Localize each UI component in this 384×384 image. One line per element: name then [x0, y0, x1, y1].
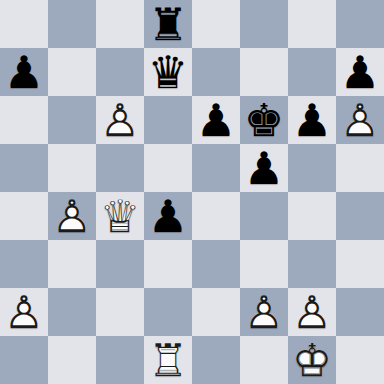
square-e3[interactable] [192, 240, 240, 288]
square-f3[interactable] [240, 240, 288, 288]
square-e7[interactable] [192, 48, 240, 96]
square-h1[interactable] [336, 336, 384, 384]
square-g7[interactable] [288, 48, 336, 96]
square-a7[interactable]: ♟ [0, 48, 48, 96]
piece-white-pawn[interactable]: ♟♙ [240, 288, 288, 336]
square-g8[interactable] [288, 0, 336, 48]
square-c3[interactable] [96, 240, 144, 288]
piece-black-rook[interactable]: ♜ [144, 0, 192, 48]
square-a1[interactable] [0, 336, 48, 384]
square-g6[interactable]: ♟ [288, 96, 336, 144]
square-g2[interactable]: ♟♙ [288, 288, 336, 336]
square-c8[interactable] [96, 0, 144, 48]
square-h7[interactable]: ♟ [336, 48, 384, 96]
piece-white-pawn[interactable]: ♟♙ [48, 192, 96, 240]
square-a3[interactable] [0, 240, 48, 288]
square-a6[interactable] [0, 96, 48, 144]
square-d4[interactable]: ♟ [144, 192, 192, 240]
square-g1[interactable]: ♚♔ [288, 336, 336, 384]
white-piece-outline-glyph: ♔ [288, 336, 336, 384]
white-piece-outline-glyph: ♙ [96, 96, 144, 144]
square-b6[interactable] [48, 96, 96, 144]
square-d6[interactable] [144, 96, 192, 144]
piece-white-pawn[interactable]: ♟♙ [288, 288, 336, 336]
square-b2[interactable] [48, 288, 96, 336]
piece-white-king[interactable]: ♚♔ [288, 336, 336, 384]
square-f4[interactable] [240, 192, 288, 240]
piece-black-pawn[interactable]: ♟ [240, 144, 288, 192]
square-h3[interactable] [336, 240, 384, 288]
white-piece-outline-glyph: ♙ [240, 288, 288, 336]
square-g4[interactable] [288, 192, 336, 240]
square-a4[interactable] [0, 192, 48, 240]
square-e1[interactable] [192, 336, 240, 384]
square-b5[interactable] [48, 144, 96, 192]
piece-white-pawn[interactable]: ♟♙ [336, 96, 384, 144]
square-f6[interactable]: ♚ [240, 96, 288, 144]
white-piece-outline-glyph: ♕ [96, 192, 144, 240]
square-f5[interactable]: ♟ [240, 144, 288, 192]
square-b8[interactable] [48, 0, 96, 48]
square-c2[interactable] [96, 288, 144, 336]
square-d3[interactable] [144, 240, 192, 288]
chess-board: ♜♟♛♟♟♙♟♚♟♟♙♟♟♙♛♕♟♟♙♟♙♟♙♜♖♚♔ [0, 0, 384, 384]
square-h2[interactable] [336, 288, 384, 336]
piece-black-pawn[interactable]: ♟ [336, 48, 384, 96]
square-e6[interactable]: ♟ [192, 96, 240, 144]
square-c1[interactable] [96, 336, 144, 384]
piece-black-pawn[interactable]: ♟ [0, 48, 48, 96]
square-f7[interactable] [240, 48, 288, 96]
white-piece-outline-glyph: ♖ [144, 336, 192, 384]
square-f8[interactable] [240, 0, 288, 48]
square-c6[interactable]: ♟♙ [96, 96, 144, 144]
white-piece-outline-glyph: ♙ [336, 96, 384, 144]
square-h8[interactable] [336, 0, 384, 48]
square-e2[interactable] [192, 288, 240, 336]
square-g5[interactable] [288, 144, 336, 192]
square-a8[interactable] [0, 0, 48, 48]
square-d1[interactable]: ♜♖ [144, 336, 192, 384]
piece-black-king[interactable]: ♚ [240, 96, 288, 144]
square-b7[interactable] [48, 48, 96, 96]
square-d5[interactable] [144, 144, 192, 192]
piece-white-rook[interactable]: ♜♖ [144, 336, 192, 384]
piece-white-pawn[interactable]: ♟♙ [96, 96, 144, 144]
square-a5[interactable] [0, 144, 48, 192]
square-c4[interactable]: ♛♕ [96, 192, 144, 240]
piece-white-queen[interactable]: ♛♕ [96, 192, 144, 240]
piece-black-queen[interactable]: ♛ [144, 48, 192, 96]
square-h5[interactable] [336, 144, 384, 192]
square-b1[interactable] [48, 336, 96, 384]
piece-white-pawn[interactable]: ♟♙ [0, 288, 48, 336]
square-a2[interactable]: ♟♙ [0, 288, 48, 336]
white-piece-outline-glyph: ♙ [288, 288, 336, 336]
square-h4[interactable] [336, 192, 384, 240]
square-g3[interactable] [288, 240, 336, 288]
square-e4[interactable] [192, 192, 240, 240]
white-piece-outline-glyph: ♙ [48, 192, 96, 240]
square-e8[interactable] [192, 0, 240, 48]
piece-black-pawn[interactable]: ♟ [192, 96, 240, 144]
square-h6[interactable]: ♟♙ [336, 96, 384, 144]
square-f1[interactable] [240, 336, 288, 384]
square-f2[interactable]: ♟♙ [240, 288, 288, 336]
square-d2[interactable] [144, 288, 192, 336]
piece-black-pawn[interactable]: ♟ [288, 96, 336, 144]
piece-black-pawn[interactable]: ♟ [144, 192, 192, 240]
square-c7[interactable] [96, 48, 144, 96]
white-piece-outline-glyph: ♙ [0, 288, 48, 336]
square-c5[interactable] [96, 144, 144, 192]
square-d7[interactable]: ♛ [144, 48, 192, 96]
square-d8[interactable]: ♜ [144, 0, 192, 48]
square-b3[interactable] [48, 240, 96, 288]
square-b4[interactable]: ♟♙ [48, 192, 96, 240]
square-e5[interactable] [192, 144, 240, 192]
